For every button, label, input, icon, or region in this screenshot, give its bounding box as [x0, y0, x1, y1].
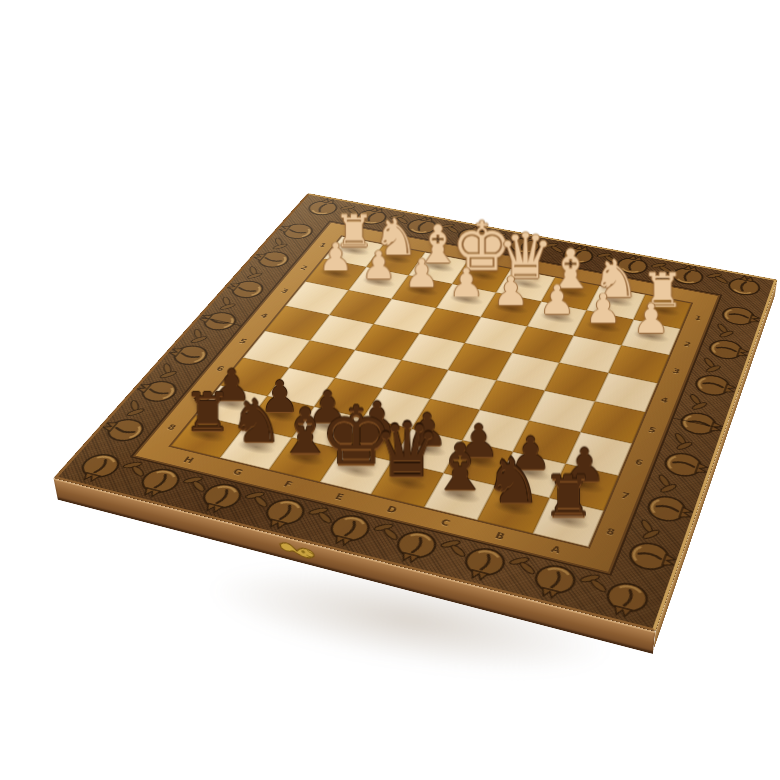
piece-black-rook-h8[interactable]: ♜: [184, 386, 232, 439]
piece-black-knight-g8[interactable]: ♞: [229, 391, 283, 451]
piece-white-pawn-a2[interactable]: ♟: [633, 299, 670, 340]
piece-white-pawn-c2[interactable]: ♟: [539, 280, 575, 320]
piece-white-pawn-f2[interactable]: ♟: [405, 255, 440, 294]
piece-black-knight-b8[interactable]: ♞: [485, 449, 542, 512]
piece-white-pawn-g2[interactable]: ♟: [361, 246, 396, 285]
piece-white-pawn-b2[interactable]: ♟: [585, 289, 621, 329]
piece-black-rook-a8[interactable]: ♜: [543, 468, 594, 525]
piece-white-pawn-e2[interactable]: ♟: [449, 263, 484, 302]
piece-black-bishop-c8[interactable]: ♝: [431, 435, 489, 500]
photo-scene: HGFEDCBA1122334455667788♜♞♝♛♚♝♞♜♟♟♟♟♟♟♟♟…: [0, 0, 780, 780]
piece-white-pawn-h2[interactable]: ♟: [319, 238, 353, 276]
piece-white-pawn-d2[interactable]: ♟: [493, 272, 529, 312]
